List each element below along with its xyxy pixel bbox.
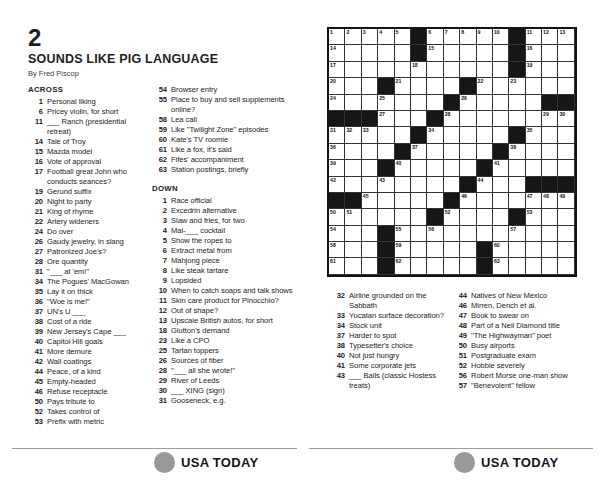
grid-cell: 24 (329, 95, 345, 111)
clue-list-down-3: 44Natives of New Mexico46Mirren, Dench e… (452, 291, 594, 391)
clue: 29River of Leeds (152, 376, 300, 386)
grid-cell (345, 177, 361, 193)
grid-cell (411, 111, 427, 127)
clue-text: "___ at 'em!" (47, 267, 152, 277)
grid-cell: 62 (395, 258, 411, 274)
clue-text: Sources of fiber (171, 356, 300, 366)
clue-number: 50 (28, 397, 43, 407)
grid-cell-black (378, 226, 394, 242)
page-number: 2 (28, 26, 218, 50)
grid-cell-black (444, 95, 460, 111)
clue-number: 14 (28, 137, 43, 147)
grid-cell (526, 111, 542, 127)
clue: 51Postgraduate exam (452, 351, 594, 361)
grid-cell: 34 (427, 127, 443, 143)
cell-number: 25 (379, 95, 385, 101)
clue: 59Like "Twilight Zone" episodes (152, 125, 300, 135)
clue-number: 40 (28, 337, 43, 347)
clue-number: 1 (152, 196, 167, 206)
clue: 10When to catch soaps and talk shows (152, 286, 300, 296)
grid-cell (345, 258, 361, 274)
clue-text: Some corporate jets (349, 361, 454, 371)
clue: 57"Benevolent" fellow (452, 381, 594, 391)
clue-number: 9 (152, 276, 167, 286)
clue: 21King of rhyme (28, 207, 152, 217)
clue-text: Like steak tartare (171, 266, 300, 276)
cell-number: 57 (510, 226, 516, 232)
grid-cell (345, 144, 361, 160)
clue: 49"The Highwayman" poet (452, 331, 594, 341)
grid-cell (427, 95, 443, 111)
grid-cell: 11 (526, 29, 542, 45)
grid-cell-black (444, 193, 460, 209)
clue-text: Personal liking (47, 97, 152, 107)
grid-cell (558, 144, 574, 160)
across-heading: ACROSS (28, 85, 152, 95)
grid-cell (444, 177, 460, 193)
cell-number: 33 (363, 127, 369, 133)
grid-cell (558, 209, 574, 225)
grid-cell: 16 (526, 45, 542, 61)
right-footer-rule (309, 448, 593, 449)
clue-text: Tartan toppers (171, 346, 300, 356)
grid-cell-black (378, 160, 394, 176)
grid-cell (378, 127, 394, 143)
grid-cell (526, 95, 542, 111)
clue: 34Stock unit (330, 321, 454, 331)
grid-cell (411, 95, 427, 111)
clue-text: "___ all she wrote!" (171, 366, 300, 376)
grid-cell (345, 242, 361, 258)
grid-cell: 33 (362, 127, 378, 143)
clue: 38Typesetter's choice (330, 341, 454, 351)
clue-number: 6 (152, 246, 167, 256)
clue: 11___ Ranch (presidential retreat) (28, 117, 152, 137)
clue-text: Fifes' accompaniment (171, 155, 300, 165)
grid-cell (477, 111, 493, 127)
clue-text: Lopsided (171, 276, 300, 286)
grid-cell-black (329, 111, 345, 127)
grid-cell (345, 226, 361, 242)
grid-cell (509, 242, 525, 258)
clue-number: 45 (28, 377, 43, 387)
cell-number: 40 (396, 160, 402, 166)
grid-cell: 1 (329, 29, 345, 45)
clue-list-across-2: 54Browser entry55Place to buy and sell s… (152, 85, 300, 175)
grid-cell (460, 45, 476, 61)
grid-cell (477, 95, 493, 111)
clue-number: 18 (152, 326, 167, 336)
clue: 30___ XING (sign) (152, 386, 300, 396)
cell-number: 43 (379, 177, 385, 183)
clue-number: 21 (28, 207, 43, 217)
left-footer-rule (12, 448, 297, 449)
clue-number: 37 (28, 307, 43, 317)
cell-number: 34 (428, 127, 434, 133)
clue-number: 38 (330, 341, 345, 351)
clue-number: 33 (330, 311, 345, 321)
clue: 41More demure (28, 347, 152, 357)
grid-cell (411, 160, 427, 176)
clue: 6Extract metal from (152, 246, 300, 256)
cell-number: 6 (428, 29, 431, 35)
grid-cell-black (509, 209, 525, 225)
grid-cell (460, 111, 476, 127)
cell-number: 39 (330, 160, 336, 166)
grid-cell (558, 45, 574, 61)
grid-cell: 6 (427, 29, 443, 45)
cell-number: 51 (346, 209, 352, 215)
clue-number: 41 (28, 347, 43, 357)
clue-number: 23 (152, 336, 167, 346)
cell-number: 22 (478, 78, 484, 84)
clue-number: 39 (28, 327, 43, 337)
grid-cell (345, 62, 361, 78)
clue-text: Harder to spot (349, 331, 454, 341)
puzzle-header: 2 SOUNDS LIKE PIG LANGUAGE By Fred Pisco… (28, 26, 218, 78)
grid-cell (558, 62, 574, 78)
clue-text: Artery wideners (47, 217, 152, 227)
cell-number: 41 (494, 160, 500, 166)
grid-cell (526, 160, 542, 176)
clue-text: Gooseneck, e.g. (171, 396, 300, 406)
clue-text: Out of shape? (171, 306, 300, 316)
grid-cell: 15 (427, 45, 443, 61)
clue-number: 46 (452, 301, 467, 311)
grid-cell: 27 (378, 111, 394, 127)
clue-number: 44 (28, 367, 43, 377)
grid-cell (509, 177, 525, 193)
clue: 46Refuse receptacle (28, 387, 152, 397)
cell-number: 30 (559, 111, 565, 117)
clue-text: Part of a Neil Diamond title (471, 321, 594, 331)
clue-number: 52 (452, 361, 467, 371)
clue-text: King of rhyme (47, 207, 152, 217)
grid-cell: 47 (526, 193, 542, 209)
clue-number: 52 (28, 407, 43, 417)
clue-number: 15 (28, 147, 43, 157)
grid-cell (477, 193, 493, 209)
clue-text: River of Leeds (171, 376, 300, 386)
cell-number: 36 (330, 144, 336, 150)
grid-cell: 57 (509, 226, 525, 242)
grid-cell (427, 78, 443, 94)
clue-text: Lea call (171, 115, 300, 125)
grid-cell (558, 242, 574, 258)
grid-cell: 7 (444, 29, 460, 45)
grid-cell (460, 160, 476, 176)
grid-cell (477, 45, 493, 61)
grid-cell-black (493, 144, 509, 160)
puzzle-title: SOUNDS LIKE PIG LANGUAGE (28, 52, 218, 66)
clue: 17Football great John who conducts seanc… (28, 167, 152, 187)
grid-cell (542, 242, 558, 258)
clue-text: Kate's TV roomie (171, 135, 300, 145)
grid-cell (378, 45, 394, 61)
clue: 32Airline grounded on the Sabbath (330, 291, 454, 311)
clue: 1Personal liking (28, 97, 152, 107)
clue-text: Like a CPO (171, 336, 300, 346)
clue: 52Takes control of (28, 407, 152, 417)
grid-cell-black (542, 177, 558, 193)
grid-cell (558, 226, 574, 242)
byline: By Fred Piscop (28, 69, 218, 78)
clue-text: Mirren, Dench et al. (471, 301, 594, 311)
clue-list-across-1: 1Personal liking6Pricey violin, for shor… (28, 97, 152, 427)
grid-cell-black (526, 177, 542, 193)
clue-number: 6 (28, 107, 43, 117)
clue: 39New Jersey's Cape ___ (28, 327, 152, 337)
clue: 47Book to swear on (452, 311, 594, 321)
grid-cell (542, 226, 558, 242)
grid-cell-black (558, 177, 574, 193)
clue-number: 58 (152, 115, 167, 125)
cell-number: 18 (412, 62, 418, 68)
grid-cell (362, 62, 378, 78)
grid-cell: 37 (411, 144, 427, 160)
clue-text: Like "Twilight Zone" episodes (171, 125, 300, 135)
clue-text: Gaudy jewelry, in slang (47, 237, 152, 247)
grid-cell-black (411, 45, 427, 61)
clue-text: Natives of New Mexico (471, 291, 594, 301)
grid-cell: 20 (329, 78, 345, 94)
clue: 14Tale of Troy (28, 137, 152, 147)
clue-number: 26 (28, 237, 43, 247)
grid-cell (493, 95, 509, 111)
clue: 18Glutton's demand (152, 326, 300, 336)
clue-text: Empty-headed (47, 377, 152, 387)
clue-number: 31 (152, 396, 167, 406)
grid-cell (427, 193, 443, 209)
cell-number: 8 (461, 29, 464, 35)
clue: 12Out of shape? (152, 306, 300, 316)
grid-cell (477, 226, 493, 242)
clue-number: 29 (152, 376, 167, 386)
clue: 19Gerund suffix (28, 187, 152, 197)
clue-text: Robert Morse one-man show (471, 371, 594, 381)
usatoday-dot-icon (454, 452, 475, 473)
clue: 54Browser entry (152, 85, 300, 95)
clue-number: 17 (28, 167, 43, 187)
footer-brand: USA TODAY (481, 455, 558, 470)
clue-text: Airline grounded on the Sabbath (349, 291, 454, 311)
clue-number: 5 (152, 236, 167, 246)
grid-cell (362, 144, 378, 160)
cell-number: 42 (330, 177, 336, 183)
grid-cell (509, 95, 525, 111)
grid-cell: 5 (395, 29, 411, 45)
clue: 37Harder to spot (330, 331, 454, 341)
grid-cell: 19 (526, 62, 542, 78)
clue-text: Mazda model (47, 147, 152, 157)
cell-number: 37 (412, 144, 418, 150)
grid-cell-black (477, 242, 493, 258)
clue-text: "Benevolent" fellow (471, 381, 594, 391)
grid-cell-black (460, 78, 476, 94)
grid-cell (362, 226, 378, 242)
grid-cell: 42 (329, 177, 345, 193)
clue-text: Excedrin alternative (171, 206, 300, 216)
grid-cell (444, 160, 460, 176)
cell-number: 58 (330, 242, 336, 248)
grid-cell (493, 127, 509, 143)
clue-number: 54 (152, 85, 167, 95)
clue: 46Mirren, Dench et al. (452, 301, 594, 311)
cell-number: 2 (346, 29, 349, 35)
clue-text: Refuse receptacle (47, 387, 152, 397)
grid-cell (493, 193, 509, 209)
grid-cell (411, 242, 427, 258)
clue: 4Mai-___ cocktail (152, 226, 300, 236)
grid-cell (444, 78, 460, 94)
clue-number: 42 (28, 357, 43, 367)
grid-cell: 61 (329, 258, 345, 274)
down-heading: DOWN (152, 184, 300, 194)
cell-number: 19 (527, 62, 533, 68)
clue-number: 35 (28, 287, 43, 297)
clue-text: Book to swear on (471, 311, 594, 321)
clue-number: 41 (330, 361, 345, 371)
cell-number: 35 (527, 127, 533, 133)
grid-cell-black (378, 78, 394, 94)
clue: 43___ Balls (classic Hostess treats) (330, 371, 454, 391)
grid-cell-black (427, 111, 443, 127)
grid-cell (460, 258, 476, 274)
grid-cell (460, 242, 476, 258)
clue-text: "Woe is me!" (47, 297, 152, 307)
cell-number: 1 (330, 29, 333, 35)
grid-cell: 26 (460, 95, 476, 111)
cell-number: 49 (559, 193, 565, 199)
grid-cell (444, 258, 460, 274)
cell-number: 63 (494, 258, 500, 264)
clue-text: Browser entry (171, 85, 300, 95)
clue-text: More demure (47, 347, 152, 357)
grid-cell (558, 78, 574, 94)
grid-cell (362, 242, 378, 258)
cell-number: 48 (543, 193, 549, 199)
clue-number: 44 (452, 291, 467, 301)
clue: 27Patronized Joe's? (28, 247, 152, 257)
grid-cell (558, 127, 574, 143)
grid-cell: 40 (395, 160, 411, 176)
clue-number: 36 (28, 297, 43, 307)
clue: 53Prefix with metric (28, 417, 152, 427)
grid-cell: 28 (444, 111, 460, 127)
clue: 16Vote of approval (28, 157, 152, 167)
clue-text: When to catch soaps and talk shows (171, 286, 300, 296)
clue: 61Like a fox, it's said (152, 145, 300, 155)
cell-number: 60 (494, 242, 500, 248)
grid-cell (411, 78, 427, 94)
clue-text: ___ Ranch (presidential retreat) (47, 117, 152, 137)
grid-cell-black (411, 127, 427, 143)
grid-cell (542, 144, 558, 160)
clue-text: Stock unit (349, 321, 454, 331)
clue-text: Lay it on thick (47, 287, 152, 297)
clue: 28"___ all she wrote!" (152, 366, 300, 376)
grid-cell (444, 45, 460, 61)
cell-number: 46 (461, 193, 467, 199)
grid-cell: 13 (558, 29, 574, 45)
grid-cell (427, 242, 443, 258)
grid-cell-black (378, 242, 394, 258)
clue: 58Lea call (152, 115, 300, 125)
clue-number: 56 (452, 371, 467, 381)
clue-text: Prefix with metric (47, 417, 152, 427)
clue-number: 62 (152, 155, 167, 165)
grid-cell: 31 (329, 127, 345, 143)
grid-cell: 22 (477, 78, 493, 94)
clue: 23Like a CPO (152, 336, 300, 346)
clue: 7Mahjong piece (152, 256, 300, 266)
clue-text: Extract metal from (171, 246, 300, 256)
clue-text: Night to party (47, 197, 152, 207)
clue-number: 1 (28, 97, 43, 107)
clue: 52Hobble severely (452, 361, 594, 371)
cell-number: 4 (379, 29, 382, 35)
clue: 45Empty-headed (28, 377, 152, 387)
grid-cell (460, 209, 476, 225)
clue-text: Gerund suffix (47, 187, 152, 197)
grid-cell (411, 226, 427, 242)
grid-cell (493, 78, 509, 94)
clue-number: 30 (152, 386, 167, 396)
clue: 26Gaudy jewelry, in slang (28, 237, 152, 247)
grid-cell (427, 177, 443, 193)
clue-number: 57 (452, 381, 467, 391)
clue-number: 51 (452, 351, 467, 361)
clue-number: 27 (28, 247, 43, 257)
grid-cell: 4 (378, 29, 394, 45)
cell-number: 17 (330, 62, 336, 68)
clue-text: New Jersey's Cape ___ (47, 327, 152, 337)
clue-number: 16 (28, 157, 43, 167)
cell-number: 27 (379, 111, 385, 117)
grid-cell (477, 127, 493, 143)
clue-text: "The Highwayman" poet (471, 331, 594, 341)
grid-cell: 12 (542, 29, 558, 45)
clue-number: 28 (152, 366, 167, 376)
grid-cell: 50 (329, 209, 345, 225)
grid-cell (395, 45, 411, 61)
clue-number: 63 (152, 165, 167, 175)
grid-cell (509, 193, 525, 209)
clue: 41Some corporate jets (330, 361, 454, 371)
clue-text: Capitol Hill goals (47, 337, 152, 347)
cell-number: 13 (559, 29, 565, 35)
clue: 15Mazda model (28, 147, 152, 157)
clue-text: Ore quantity (47, 257, 152, 267)
clue: 34The Pogues' MacGowan (28, 277, 152, 287)
grid-cell: 63 (493, 258, 509, 274)
cell-number: 9 (478, 29, 481, 35)
clue-text: Upscale British autos, for short (171, 316, 300, 326)
cell-number: 14 (330, 45, 336, 51)
grid-cell (460, 127, 476, 143)
clue-number: 32 (330, 291, 345, 311)
grid-cell (427, 62, 443, 78)
clue-text: Mahjong piece (171, 256, 300, 266)
cell-number: 44 (478, 177, 484, 183)
grid-cell (542, 78, 558, 94)
clue-number: 11 (28, 117, 43, 137)
clue: 26Sources of fiber (152, 356, 300, 366)
clue: 40Capitol Hill goals (28, 337, 152, 347)
grid-cell: 39 (329, 160, 345, 176)
grid-cell (378, 144, 394, 160)
clue: 5Show the ropes to (152, 236, 300, 246)
